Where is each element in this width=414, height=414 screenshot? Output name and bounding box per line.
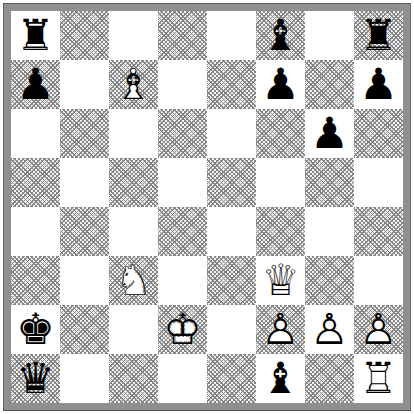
piece-white-king: ♚♔ [158, 305, 207, 354]
square-f4[interactable] [256, 207, 305, 256]
square-a4[interactable] [11, 207, 60, 256]
square-b2[interactable] [60, 305, 109, 354]
white-king-outline-icon: ♔ [158, 305, 207, 354]
square-a5[interactable] [11, 158, 60, 207]
square-h1[interactable]: ♜♖ [354, 354, 403, 403]
piece-black-rook: ♜ [354, 11, 403, 60]
square-b4[interactable] [60, 207, 109, 256]
square-b7[interactable] [60, 60, 109, 109]
square-f3[interactable]: ♛♕ [256, 256, 305, 305]
square-e8[interactable] [207, 11, 256, 60]
square-e4[interactable] [207, 207, 256, 256]
white-pawn-outline-icon: ♙ [256, 305, 305, 354]
square-g2[interactable]: ♟♙ [305, 305, 354, 354]
square-h4[interactable] [354, 207, 403, 256]
square-f1[interactable]: ♝ [256, 354, 305, 403]
piece-black-bishop: ♝ [256, 11, 305, 60]
piece-black-queen: ♛ [11, 354, 60, 403]
black-rook-icon: ♜ [11, 11, 60, 60]
square-d7[interactable] [158, 60, 207, 109]
square-c3[interactable]: ♞♘ [109, 256, 158, 305]
black-pawn-icon: ♟ [11, 60, 60, 109]
square-e3[interactable] [207, 256, 256, 305]
square-d6[interactable] [158, 109, 207, 158]
square-h6[interactable] [354, 109, 403, 158]
square-e2[interactable] [207, 305, 256, 354]
piece-white-knight: ♞♘ [109, 256, 158, 305]
black-rook-icon: ♜ [354, 11, 403, 60]
square-c4[interactable] [109, 207, 158, 256]
piece-black-king: ♚ [11, 305, 60, 354]
square-a6[interactable] [11, 109, 60, 158]
square-d4[interactable] [158, 207, 207, 256]
square-f2[interactable]: ♟♙ [256, 305, 305, 354]
square-a8[interactable]: ♜ [11, 11, 60, 60]
piece-white-pawn: ♟♙ [354, 305, 403, 354]
square-a2[interactable]: ♚ [11, 305, 60, 354]
square-c1[interactable] [109, 354, 158, 403]
square-e5[interactable] [207, 158, 256, 207]
square-g5[interactable] [305, 158, 354, 207]
square-g7[interactable] [305, 60, 354, 109]
white-pawn-outline-icon: ♙ [305, 305, 354, 354]
chess-diagram: ♜♝♜♟♝♗♟♟♟♞♘♛♕♚♚♔♟♙♟♙♟♙♛♝♜♖ [0, 0, 414, 414]
chess-board: ♜♝♜♟♝♗♟♟♟♞♘♛♕♚♚♔♟♙♟♙♟♙♛♝♜♖ [11, 11, 403, 403]
piece-black-rook: ♜ [11, 11, 60, 60]
white-knight-outline-icon: ♘ [109, 256, 158, 305]
board-frame: ♜♝♜♟♝♗♟♟♟♞♘♛♕♚♚♔♟♙♟♙♟♙♛♝♜♖ [3, 3, 411, 411]
piece-white-queen: ♛♕ [256, 256, 305, 305]
piece-white-rook: ♜♖ [354, 354, 403, 403]
piece-black-pawn: ♟ [11, 60, 60, 109]
square-b5[interactable] [60, 158, 109, 207]
piece-black-pawn: ♟ [354, 60, 403, 109]
piece-black-pawn: ♟ [256, 60, 305, 109]
square-d2[interactable]: ♚♔ [158, 305, 207, 354]
square-d5[interactable] [158, 158, 207, 207]
square-c7[interactable]: ♝♗ [109, 60, 158, 109]
white-rook-outline-icon: ♖ [354, 354, 403, 403]
square-b8[interactable] [60, 11, 109, 60]
square-e1[interactable] [207, 354, 256, 403]
square-c6[interactable] [109, 109, 158, 158]
square-g1[interactable] [305, 354, 354, 403]
black-queen-icon: ♛ [11, 354, 60, 403]
black-pawn-icon: ♟ [256, 60, 305, 109]
square-h5[interactable] [354, 158, 403, 207]
square-g8[interactable] [305, 11, 354, 60]
square-c2[interactable] [109, 305, 158, 354]
square-f7[interactable]: ♟ [256, 60, 305, 109]
black-pawn-icon: ♟ [354, 60, 403, 109]
square-g3[interactable] [305, 256, 354, 305]
square-d3[interactable] [158, 256, 207, 305]
black-bishop-icon: ♝ [256, 354, 305, 403]
square-g4[interactable] [305, 207, 354, 256]
black-bishop-icon: ♝ [256, 11, 305, 60]
square-h7[interactable]: ♟ [354, 60, 403, 109]
square-c8[interactable] [109, 11, 158, 60]
square-c5[interactable] [109, 158, 158, 207]
piece-black-bishop: ♝ [256, 354, 305, 403]
white-bishop-outline-icon: ♗ [109, 60, 158, 109]
piece-white-pawn: ♟♙ [305, 305, 354, 354]
square-f8[interactable]: ♝ [256, 11, 305, 60]
square-g6[interactable]: ♟ [305, 109, 354, 158]
square-a1[interactable]: ♛ [11, 354, 60, 403]
square-d8[interactable] [158, 11, 207, 60]
piece-white-bishop: ♝♗ [109, 60, 158, 109]
square-h3[interactable] [354, 256, 403, 305]
square-f6[interactable] [256, 109, 305, 158]
piece-white-pawn: ♟♙ [256, 305, 305, 354]
square-d1[interactable] [158, 354, 207, 403]
square-b6[interactable] [60, 109, 109, 158]
square-b3[interactable] [60, 256, 109, 305]
square-b1[interactable] [60, 354, 109, 403]
square-e6[interactable] [207, 109, 256, 158]
square-h2[interactable]: ♟♙ [354, 305, 403, 354]
white-queen-outline-icon: ♕ [256, 256, 305, 305]
square-a3[interactable] [11, 256, 60, 305]
white-pawn-outline-icon: ♙ [354, 305, 403, 354]
square-f5[interactable] [256, 158, 305, 207]
square-e7[interactable] [207, 60, 256, 109]
piece-black-pawn: ♟ [305, 109, 354, 158]
square-a7[interactable]: ♟ [11, 60, 60, 109]
square-h8[interactable]: ♜ [354, 11, 403, 60]
black-pawn-icon: ♟ [305, 109, 354, 158]
black-king-icon: ♚ [11, 305, 60, 354]
